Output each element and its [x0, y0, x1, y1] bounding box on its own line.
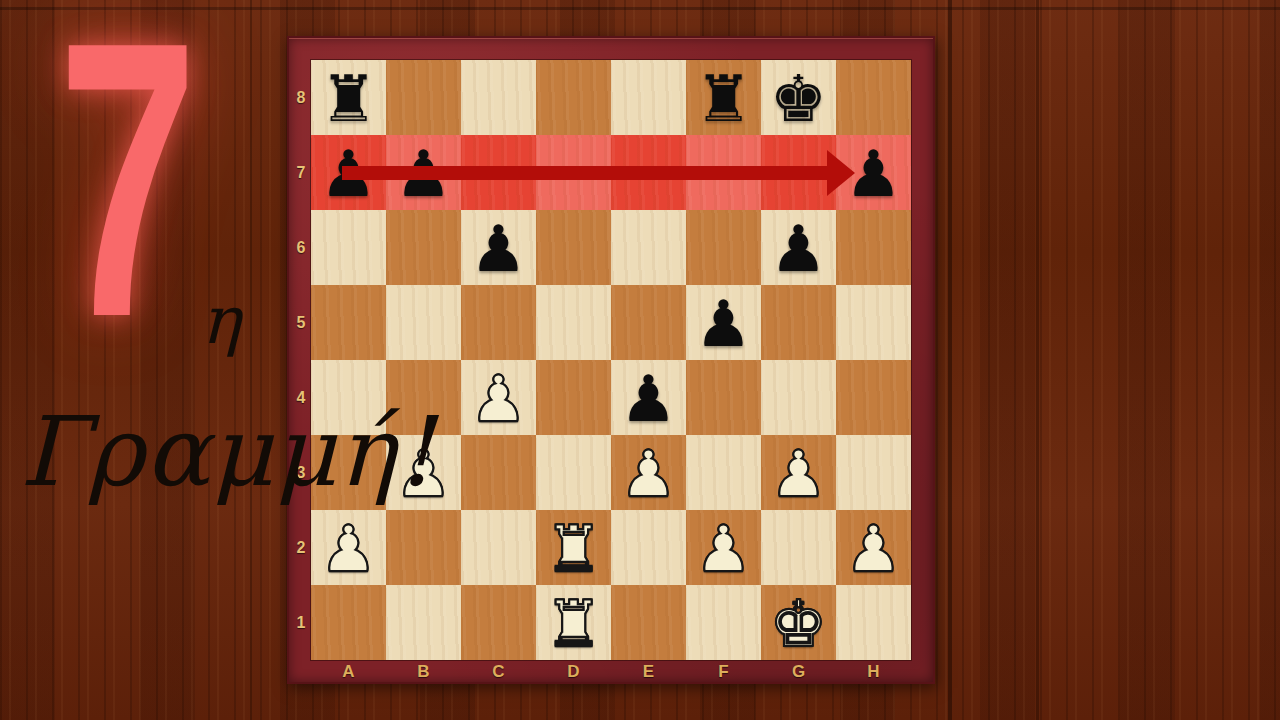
- square-b1[interactable]: [386, 585, 461, 660]
- square-g2[interactable]: [761, 510, 836, 585]
- square-b2[interactable]: [386, 510, 461, 585]
- file-label-g: G: [761, 660, 836, 684]
- square-g5[interactable]: [761, 285, 836, 360]
- square-d5[interactable]: [536, 285, 611, 360]
- piece-black-pawn-e4[interactable]: ♟: [611, 360, 686, 435]
- square-a1[interactable]: [311, 585, 386, 660]
- square-d8[interactable]: [536, 60, 611, 135]
- square-g4[interactable]: [761, 360, 836, 435]
- file-label-c: C: [461, 660, 536, 684]
- square-e5[interactable]: [611, 285, 686, 360]
- square-c5[interactable]: [461, 285, 536, 360]
- square-c2[interactable]: [461, 510, 536, 585]
- square-c8[interactable]: [461, 60, 536, 135]
- piece-black-pawn-f5[interactable]: ♟: [686, 285, 761, 360]
- file-label-h: H: [836, 660, 911, 684]
- square-h6[interactable]: [836, 210, 911, 285]
- square-b5[interactable]: [386, 285, 461, 360]
- square-e1[interactable]: [611, 585, 686, 660]
- wood-plank-seam: [250, 0, 252, 720]
- square-a5[interactable]: [311, 285, 386, 360]
- square-f7[interactable]: [686, 135, 761, 210]
- rank-label-1: 1: [291, 585, 311, 660]
- piece-white-rook-d1[interactable]: ♜: [536, 585, 611, 660]
- file-label-f: F: [686, 660, 761, 684]
- subscript-eta: η: [201, 282, 241, 359]
- piece-black-pawn-c6[interactable]: ♟: [461, 210, 536, 285]
- square-e2[interactable]: [611, 510, 686, 585]
- square-c3[interactable]: [461, 435, 536, 510]
- square-a6[interactable]: [311, 210, 386, 285]
- piece-white-pawn-e3[interactable]: ♟: [611, 435, 686, 510]
- file-label-a: A: [311, 660, 386, 684]
- piece-black-pawn-h7[interactable]: ♟: [836, 135, 911, 210]
- square-f1[interactable]: [686, 585, 761, 660]
- square-e7[interactable]: [611, 135, 686, 210]
- piece-black-pawn-g6[interactable]: ♟: [761, 210, 836, 285]
- square-b6[interactable]: [386, 210, 461, 285]
- square-h4[interactable]: [836, 360, 911, 435]
- square-e8[interactable]: [611, 60, 686, 135]
- square-f3[interactable]: [686, 435, 761, 510]
- rank-label-2: 2: [291, 510, 311, 585]
- square-d6[interactable]: [536, 210, 611, 285]
- square-c7[interactable]: [461, 135, 536, 210]
- piece-white-pawn-g3[interactable]: ♟: [761, 435, 836, 510]
- square-d7[interactable]: [536, 135, 611, 210]
- big-number-7: 7: [58, 0, 198, 414]
- square-f6[interactable]: [686, 210, 761, 285]
- piece-white-pawn-a2[interactable]: ♟: [311, 510, 386, 585]
- rank-label-6: 6: [291, 210, 311, 285]
- piece-white-pawn-h2[interactable]: ♟: [836, 510, 911, 585]
- square-g7[interactable]: [761, 135, 836, 210]
- square-h1[interactable]: [836, 585, 911, 660]
- square-e6[interactable]: [611, 210, 686, 285]
- piece-white-pawn-c4[interactable]: ♟: [461, 360, 536, 435]
- board-squares: ♜♜♚♟♟♟♟♟♟♟♟♟♟♟♟♜♟♟♜♚: [311, 60, 911, 660]
- file-label-e: E: [611, 660, 686, 684]
- piece-white-pawn-f2[interactable]: ♟: [686, 510, 761, 585]
- file-label-d: D: [536, 660, 611, 684]
- square-c1[interactable]: [461, 585, 536, 660]
- chess-board: ♜♜♚♟♟♟♟♟♟♟♟♟♟♟♟♜♟♟♜♚ 87654321 ABCDEFGH: [287, 36, 935, 684]
- square-b8[interactable]: [386, 60, 461, 135]
- rank-label-8: 8: [291, 60, 311, 135]
- square-d4[interactable]: [536, 360, 611, 435]
- square-h8[interactable]: [836, 60, 911, 135]
- square-h5[interactable]: [836, 285, 911, 360]
- square-h3[interactable]: [836, 435, 911, 510]
- piece-black-rook-a8[interactable]: ♜: [311, 60, 386, 135]
- piece-black-pawn-a7[interactable]: ♟: [311, 135, 386, 210]
- piece-black-pawn-b7[interactable]: ♟: [386, 135, 461, 210]
- wood-plank-seam: [948, 0, 952, 720]
- wood-plank-seam: [1036, 0, 1039, 720]
- piece-white-rook-d2[interactable]: ♜: [536, 510, 611, 585]
- caption-grammi: Γραμμή!: [20, 396, 436, 508]
- piece-white-king-g1[interactable]: ♚: [761, 585, 836, 660]
- file-label-b: B: [386, 660, 461, 684]
- piece-black-king-g8[interactable]: ♚: [761, 60, 836, 135]
- rank-label-7: 7: [291, 135, 311, 210]
- square-d3[interactable]: [536, 435, 611, 510]
- piece-black-rook-f8[interactable]: ♜: [686, 60, 761, 135]
- square-f4[interactable]: [686, 360, 761, 435]
- rank-label-5: 5: [291, 285, 311, 360]
